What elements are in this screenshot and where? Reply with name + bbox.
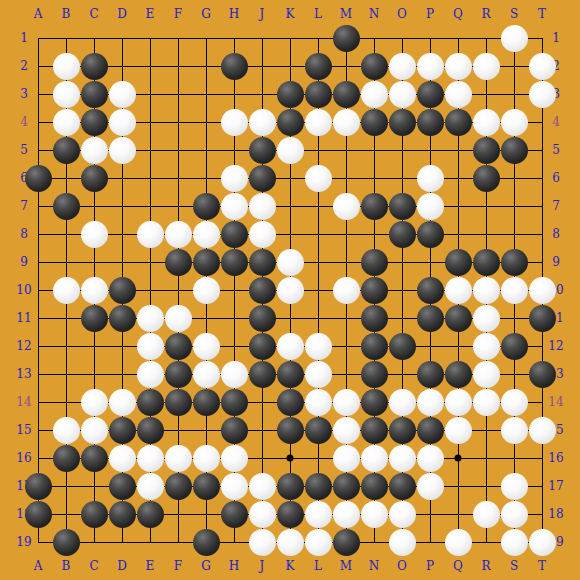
stone-black[interactable]: [361, 333, 388, 360]
col-label-top: A: [34, 7, 43, 21]
row-label-left: 12: [16, 339, 31, 353]
row-label-left: 8: [20, 227, 28, 241]
row-label-left: 7: [20, 199, 28, 213]
stone-white[interactable]: [501, 25, 528, 52]
stone-white[interactable]: [305, 501, 332, 528]
stone-white[interactable]: [501, 529, 528, 556]
col-label-top: F: [174, 7, 182, 21]
stone-white[interactable]: [529, 81, 556, 108]
stone-black[interactable]: [333, 473, 360, 500]
stone-black[interactable]: [137, 417, 164, 444]
stone-black[interactable]: [81, 501, 108, 528]
col-label-top: O: [397, 7, 407, 21]
stone-black[interactable]: [389, 193, 416, 220]
stone-white[interactable]: [445, 389, 472, 416]
stone-black[interactable]: [445, 305, 472, 332]
stone-white[interactable]: [165, 305, 192, 332]
col-label-bottom: P: [426, 559, 434, 573]
stone-white[interactable]: [417, 165, 444, 192]
stone-black[interactable]: [501, 137, 528, 164]
stone-white[interactable]: [417, 445, 444, 472]
stone-black[interactable]: [361, 109, 388, 136]
row-label-right: 18: [548, 507, 563, 521]
stone-white[interactable]: [529, 53, 556, 80]
stone-black[interactable]: [165, 333, 192, 360]
stone-black[interactable]: [305, 473, 332, 500]
stone-white[interactable]: [221, 445, 248, 472]
stone-black[interactable]: [361, 53, 388, 80]
stone-black[interactable]: [361, 361, 388, 388]
stone-white[interactable]: [221, 109, 248, 136]
stone-white[interactable]: [333, 193, 360, 220]
stone-white[interactable]: [109, 109, 136, 136]
stone-black[interactable]: [193, 389, 220, 416]
stone-black[interactable]: [53, 445, 80, 472]
col-label-top: L: [314, 7, 322, 21]
row-label-right: 7: [552, 199, 560, 213]
stone-white[interactable]: [417, 473, 444, 500]
stone-white[interactable]: [445, 417, 472, 444]
stone-black[interactable]: [109, 501, 136, 528]
stone-white[interactable]: [193, 361, 220, 388]
stone-white[interactable]: [109, 137, 136, 164]
stone-white[interactable]: [473, 109, 500, 136]
stone-black[interactable]: [389, 417, 416, 444]
stone-white[interactable]: [473, 305, 500, 332]
stone-white[interactable]: [333, 277, 360, 304]
stone-white[interactable]: [333, 417, 360, 444]
stone-black[interactable]: [361, 473, 388, 500]
stone-black[interactable]: [473, 137, 500, 164]
stone-black[interactable]: [361, 389, 388, 416]
stone-white[interactable]: [193, 333, 220, 360]
row-label-right: 12: [548, 339, 563, 353]
stone-black[interactable]: [53, 193, 80, 220]
stone-white[interactable]: [473, 277, 500, 304]
stone-white[interactable]: [389, 445, 416, 472]
stone-white[interactable]: [193, 221, 220, 248]
stone-black[interactable]: [445, 109, 472, 136]
col-label-bottom: F: [174, 559, 182, 573]
stone-black[interactable]: [221, 221, 248, 248]
stone-white[interactable]: [445, 81, 472, 108]
stone-white[interactable]: [361, 81, 388, 108]
row-label-right: 5: [552, 143, 560, 157]
col-label-top: E: [146, 7, 155, 21]
stone-white[interactable]: [501, 473, 528, 500]
stone-black[interactable]: [25, 165, 52, 192]
row-label-right: 1: [552, 31, 560, 45]
stone-white[interactable]: [501, 417, 528, 444]
stone-black[interactable]: [277, 389, 304, 416]
stone-black[interactable]: [361, 193, 388, 220]
col-label-bottom: N: [369, 559, 380, 573]
goban[interactable]: AABBCCDDEEFFGGHHJJKKLLMMNNOOPPQQRRSSTT11…: [0, 0, 580, 580]
stone-white[interactable]: [389, 53, 416, 80]
col-label-top: H: [229, 7, 239, 21]
stone-black[interactable]: [277, 109, 304, 136]
stone-white[interactable]: [137, 221, 164, 248]
stone-black[interactable]: [361, 249, 388, 276]
stone-black[interactable]: [249, 333, 276, 360]
stone-black[interactable]: [249, 305, 276, 332]
stone-black[interactable]: [389, 473, 416, 500]
stone-black[interactable]: [221, 417, 248, 444]
stone-white[interactable]: [361, 445, 388, 472]
stone-white[interactable]: [249, 529, 276, 556]
col-label-bottom: E: [146, 559, 155, 573]
stone-white[interactable]: [333, 501, 360, 528]
stone-black[interactable]: [529, 361, 556, 388]
stone-white[interactable]: [473, 361, 500, 388]
stone-white[interactable]: [361, 501, 388, 528]
stone-black[interactable]: [81, 81, 108, 108]
stone-black[interactable]: [501, 249, 528, 276]
stone-white[interactable]: [277, 529, 304, 556]
col-label-bottom: B: [62, 559, 71, 573]
col-label-top: C: [89, 7, 98, 21]
col-label-bottom: L: [314, 559, 322, 573]
col-label-bottom: M: [340, 559, 352, 573]
stone-white[interactable]: [305, 109, 332, 136]
stone-white[interactable]: [221, 361, 248, 388]
stone-black[interactable]: [221, 249, 248, 276]
stone-black[interactable]: [109, 417, 136, 444]
stone-white[interactable]: [473, 333, 500, 360]
stone-black[interactable]: [417, 221, 444, 248]
col-label-top: N: [369, 7, 380, 21]
stone-black[interactable]: [333, 529, 360, 556]
stone-white[interactable]: [81, 417, 108, 444]
col-label-top: D: [117, 7, 127, 21]
col-label-top: M: [340, 7, 352, 21]
stone-white[interactable]: [529, 417, 556, 444]
stone-white[interactable]: [109, 445, 136, 472]
stone-white[interactable]: [193, 277, 220, 304]
stone-white[interactable]: [137, 445, 164, 472]
stone-white[interactable]: [445, 277, 472, 304]
stone-black[interactable]: [305, 81, 332, 108]
stone-white[interactable]: [81, 277, 108, 304]
stone-black[interactable]: [361, 417, 388, 444]
stone-black[interactable]: [361, 277, 388, 304]
stone-black[interactable]: [249, 361, 276, 388]
stone-white[interactable]: [193, 445, 220, 472]
stone-black[interactable]: [165, 249, 192, 276]
stone-black[interactable]: [389, 333, 416, 360]
stone-white[interactable]: [417, 389, 444, 416]
stone-black[interactable]: [417, 81, 444, 108]
col-label-bottom: R: [481, 559, 490, 573]
stone-black[interactable]: [417, 277, 444, 304]
stone-black[interactable]: [193, 473, 220, 500]
row-label-right: 6: [552, 171, 560, 185]
stone-white[interactable]: [221, 193, 248, 220]
stone-white[interactable]: [277, 277, 304, 304]
row-label-left: 2: [20, 59, 28, 73]
col-label-bottom: A: [34, 559, 43, 573]
stone-black[interactable]: [221, 501, 248, 528]
row-label-right: 9: [552, 255, 560, 269]
row-label-left: 19: [16, 535, 31, 549]
stone-white[interactable]: [277, 249, 304, 276]
row-label-left: 14: [16, 395, 31, 409]
stone-black[interactable]: [193, 529, 220, 556]
stone-white[interactable]: [305, 333, 332, 360]
stone-black[interactable]: [109, 473, 136, 500]
stone-white[interactable]: [333, 445, 360, 472]
stone-black[interactable]: [109, 305, 136, 332]
stone-white[interactable]: [81, 389, 108, 416]
stone-black[interactable]: [249, 277, 276, 304]
stone-white[interactable]: [417, 193, 444, 220]
row-label-left: 11: [16, 311, 31, 325]
stone-white[interactable]: [529, 277, 556, 304]
col-label-bottom: K: [286, 559, 295, 573]
col-label-bottom: O: [397, 559, 407, 573]
col-label-top: J: [260, 7, 265, 21]
stone-white[interactable]: [445, 53, 472, 80]
stone-white[interactable]: [501, 501, 528, 528]
stone-black[interactable]: [473, 165, 500, 192]
row-label-left: 10: [16, 283, 31, 297]
stone-black[interactable]: [221, 389, 248, 416]
stone-white[interactable]: [445, 529, 472, 556]
stone-black[interactable]: [473, 249, 500, 276]
row-label-left: 15: [16, 423, 31, 437]
stone-white[interactable]: [137, 361, 164, 388]
stone-black[interactable]: [81, 165, 108, 192]
col-label-bottom: G: [201, 559, 211, 573]
stone-white[interactable]: [53, 109, 80, 136]
stone-white[interactable]: [221, 165, 248, 192]
stone-black[interactable]: [165, 361, 192, 388]
stone-white[interactable]: [53, 277, 80, 304]
stone-black[interactable]: [417, 305, 444, 332]
stone-black[interactable]: [417, 109, 444, 136]
stone-black[interactable]: [221, 53, 248, 80]
stone-black[interactable]: [305, 53, 332, 80]
stone-black[interactable]: [193, 249, 220, 276]
col-label-top: B: [62, 7, 71, 21]
col-label-bottom: S: [510, 559, 518, 573]
stone-black[interactable]: [249, 137, 276, 164]
stone-black[interactable]: [333, 25, 360, 52]
stone-white[interactable]: [389, 501, 416, 528]
stone-black[interactable]: [277, 473, 304, 500]
stone-black[interactable]: [389, 109, 416, 136]
col-label-top: T: [538, 7, 546, 21]
stone-white[interactable]: [277, 333, 304, 360]
stone-white[interactable]: [137, 333, 164, 360]
stone-white[interactable]: [249, 501, 276, 528]
row-label-left: 13: [16, 367, 31, 381]
stone-black[interactable]: [193, 193, 220, 220]
stone-white[interactable]: [501, 109, 528, 136]
stone-black[interactable]: [277, 501, 304, 528]
stone-black[interactable]: [25, 473, 52, 500]
row-label-right: 4: [552, 115, 560, 129]
stone-white[interactable]: [165, 445, 192, 472]
stone-black[interactable]: [165, 389, 192, 416]
row-label-left: 4: [20, 115, 28, 129]
stone-white[interactable]: [417, 53, 444, 80]
stone-white[interactable]: [53, 53, 80, 80]
stone-white[interactable]: [529, 529, 556, 556]
stone-black[interactable]: [249, 249, 276, 276]
stone-white[interactable]: [389, 389, 416, 416]
stone-white[interactable]: [333, 389, 360, 416]
col-label-top: P: [426, 7, 434, 21]
stone-white[interactable]: [81, 137, 108, 164]
stone-white[interactable]: [501, 389, 528, 416]
stone-white[interactable]: [109, 389, 136, 416]
stone-black[interactable]: [81, 445, 108, 472]
col-label-top: Q: [453, 7, 463, 21]
stone-white[interactable]: [249, 473, 276, 500]
stone-black[interactable]: [277, 417, 304, 444]
stone-white[interactable]: [109, 81, 136, 108]
stone-white[interactable]: [389, 529, 416, 556]
stone-black[interactable]: [501, 333, 528, 360]
stone-white[interactable]: [137, 473, 164, 500]
stone-black[interactable]: [305, 417, 332, 444]
stone-white[interactable]: [473, 53, 500, 80]
row-label-right: 16: [548, 451, 563, 465]
row-label-left: 16: [16, 451, 31, 465]
stone-black[interactable]: [277, 361, 304, 388]
stone-white[interactable]: [53, 81, 80, 108]
stone-black[interactable]: [249, 165, 276, 192]
row-label-right: 17: [548, 479, 563, 493]
stone-black[interactable]: [137, 389, 164, 416]
stone-black[interactable]: [445, 361, 472, 388]
stone-black[interactable]: [445, 249, 472, 276]
stone-white[interactable]: [305, 165, 332, 192]
col-label-bottom: J: [260, 559, 265, 573]
col-label-top: S: [510, 7, 518, 21]
row-label-right: 14: [548, 395, 563, 409]
stone-white[interactable]: [221, 473, 248, 500]
stone-white[interactable]: [249, 193, 276, 220]
stone-white[interactable]: [137, 305, 164, 332]
row-label-left: 9: [20, 255, 28, 269]
stone-white[interactable]: [249, 221, 276, 248]
stone-black[interactable]: [53, 137, 80, 164]
col-label-bottom: Q: [453, 559, 463, 573]
stone-black[interactable]: [165, 473, 192, 500]
stone-white[interactable]: [389, 81, 416, 108]
stone-black[interactable]: [361, 305, 388, 332]
stone-black[interactable]: [277, 81, 304, 108]
col-label-bottom: H: [229, 559, 239, 573]
stone-black[interactable]: [417, 417, 444, 444]
stone-white[interactable]: [53, 417, 80, 444]
stone-white[interactable]: [473, 389, 500, 416]
stone-black[interactable]: [137, 501, 164, 528]
stone-black[interactable]: [53, 529, 80, 556]
stone-black[interactable]: [389, 221, 416, 248]
stone-white[interactable]: [165, 221, 192, 248]
stone-white[interactable]: [501, 277, 528, 304]
col-label-top: G: [201, 7, 211, 21]
row-label-right: 8: [552, 227, 560, 241]
col-label-top: R: [481, 7, 490, 21]
stone-black[interactable]: [81, 305, 108, 332]
stone-white[interactable]: [249, 109, 276, 136]
col-label-bottom: T: [538, 559, 546, 573]
stone-white[interactable]: [333, 109, 360, 136]
stone-white[interactable]: [305, 361, 332, 388]
stone-white[interactable]: [277, 137, 304, 164]
row-label-left: 5: [20, 143, 28, 157]
stone-black[interactable]: [417, 361, 444, 388]
stone-white[interactable]: [305, 389, 332, 416]
stone-black[interactable]: [81, 53, 108, 80]
col-label-bottom: C: [89, 559, 98, 573]
stone-black[interactable]: [25, 501, 52, 528]
row-label-left: 1: [20, 31, 28, 45]
stone-black[interactable]: [81, 109, 108, 136]
stone-black[interactable]: [529, 305, 556, 332]
stone-black[interactable]: [333, 81, 360, 108]
col-label-top: K: [286, 7, 295, 21]
stone-white[interactable]: [473, 501, 500, 528]
stone-black[interactable]: [109, 277, 136, 304]
stone-white[interactable]: [81, 221, 108, 248]
stone-white[interactable]: [305, 529, 332, 556]
row-label-left: 3: [20, 87, 28, 101]
col-label-bottom: D: [117, 559, 127, 573]
